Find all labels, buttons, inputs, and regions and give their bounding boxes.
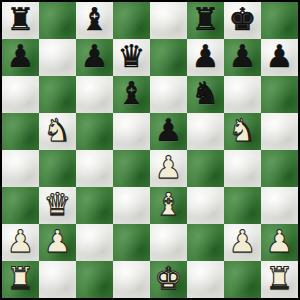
square-a8[interactable]: ♜ xyxy=(2,2,39,39)
square-a6[interactable] xyxy=(2,76,39,113)
square-b6[interactable] xyxy=(39,76,76,113)
piece-black-king[interactable]: ♚ xyxy=(229,4,257,35)
square-g4[interactable] xyxy=(224,150,261,187)
square-c8[interactable]: ♝ xyxy=(76,2,113,39)
square-h6[interactable] xyxy=(261,76,298,113)
chess-board: ♜♝♜♚♟♟♛♟♟♟♝♞♞♟♞♟♛♝♟♟♟♟♜♚♜ xyxy=(2,2,298,298)
piece-white-pawn[interactable]: ♟ xyxy=(155,152,183,183)
square-f6[interactable]: ♞ xyxy=(187,76,224,113)
square-e1[interactable]: ♚ xyxy=(150,261,187,298)
square-d3[interactable] xyxy=(113,187,150,224)
square-a2[interactable]: ♟ xyxy=(2,224,39,261)
piece-white-bishop[interactable]: ♝ xyxy=(155,189,183,220)
piece-black-knight[interactable]: ♞ xyxy=(192,78,220,109)
square-h7[interactable]: ♟ xyxy=(261,39,298,76)
square-b4[interactable] xyxy=(39,150,76,187)
square-c2[interactable] xyxy=(76,224,113,261)
square-d8[interactable] xyxy=(113,2,150,39)
square-b2[interactable]: ♟ xyxy=(39,224,76,261)
square-g5[interactable]: ♞ xyxy=(224,113,261,150)
square-a1[interactable]: ♜ xyxy=(2,261,39,298)
piece-white-rook[interactable]: ♜ xyxy=(266,263,294,294)
square-h2[interactable]: ♟ xyxy=(261,224,298,261)
square-e6[interactable] xyxy=(150,76,187,113)
square-e5[interactable]: ♟ xyxy=(150,113,187,150)
square-a4[interactable] xyxy=(2,150,39,187)
piece-black-rook[interactable]: ♜ xyxy=(192,4,220,35)
piece-black-queen[interactable]: ♛ xyxy=(118,41,146,72)
square-c1[interactable] xyxy=(76,261,113,298)
square-b7[interactable] xyxy=(39,39,76,76)
chess-board-frame: ♜♝♜♚♟♟♛♟♟♟♝♞♞♟♞♟♛♝♟♟♟♟♜♚♜ xyxy=(0,0,300,300)
square-d4[interactable] xyxy=(113,150,150,187)
square-f3[interactable] xyxy=(187,187,224,224)
square-h1[interactable]: ♜ xyxy=(261,261,298,298)
square-h3[interactable] xyxy=(261,187,298,224)
piece-white-knight[interactable]: ♞ xyxy=(44,115,72,146)
square-c6[interactable] xyxy=(76,76,113,113)
piece-white-knight[interactable]: ♞ xyxy=(229,115,257,146)
square-f4[interactable] xyxy=(187,150,224,187)
square-b5[interactable]: ♞ xyxy=(39,113,76,150)
square-f5[interactable] xyxy=(187,113,224,150)
square-a3[interactable] xyxy=(2,187,39,224)
square-d7[interactable]: ♛ xyxy=(113,39,150,76)
square-c5[interactable] xyxy=(76,113,113,150)
square-g8[interactable]: ♚ xyxy=(224,2,261,39)
square-d1[interactable] xyxy=(113,261,150,298)
square-b8[interactable] xyxy=(39,2,76,39)
square-h8[interactable] xyxy=(261,2,298,39)
piece-black-pawn[interactable]: ♟ xyxy=(81,41,109,72)
piece-black-pawn[interactable]: ♟ xyxy=(192,41,220,72)
square-d6[interactable]: ♝ xyxy=(113,76,150,113)
piece-black-pawn[interactable]: ♟ xyxy=(155,115,183,146)
square-h4[interactable] xyxy=(261,150,298,187)
square-c7[interactable]: ♟ xyxy=(76,39,113,76)
square-a5[interactable] xyxy=(2,113,39,150)
square-f8[interactable]: ♜ xyxy=(187,2,224,39)
square-h5[interactable] xyxy=(261,113,298,150)
piece-white-pawn[interactable]: ♟ xyxy=(229,226,257,257)
square-c4[interactable] xyxy=(76,150,113,187)
square-e3[interactable]: ♝ xyxy=(150,187,187,224)
piece-black-pawn[interactable]: ♟ xyxy=(266,41,294,72)
square-d2[interactable] xyxy=(113,224,150,261)
piece-white-pawn[interactable]: ♟ xyxy=(7,226,35,257)
piece-black-bishop[interactable]: ♝ xyxy=(118,78,146,109)
square-b1[interactable] xyxy=(39,261,76,298)
piece-black-pawn[interactable]: ♟ xyxy=(7,41,35,72)
square-f2[interactable] xyxy=(187,224,224,261)
square-g1[interactable] xyxy=(224,261,261,298)
square-e4[interactable]: ♟ xyxy=(150,150,187,187)
square-e8[interactable] xyxy=(150,2,187,39)
square-d5[interactable] xyxy=(113,113,150,150)
piece-black-bishop[interactable]: ♝ xyxy=(81,4,109,35)
piece-black-rook[interactable]: ♜ xyxy=(7,4,35,35)
square-g2[interactable]: ♟ xyxy=(224,224,261,261)
square-e2[interactable] xyxy=(150,224,187,261)
square-f7[interactable]: ♟ xyxy=(187,39,224,76)
square-a7[interactable]: ♟ xyxy=(2,39,39,76)
piece-white-rook[interactable]: ♜ xyxy=(7,263,35,294)
square-g7[interactable]: ♟ xyxy=(224,39,261,76)
piece-black-pawn[interactable]: ♟ xyxy=(229,41,257,72)
square-e7[interactable] xyxy=(150,39,187,76)
square-g3[interactable] xyxy=(224,187,261,224)
square-g6[interactable] xyxy=(224,76,261,113)
piece-white-pawn[interactable]: ♟ xyxy=(266,226,294,257)
square-c3[interactable] xyxy=(76,187,113,224)
piece-white-pawn[interactable]: ♟ xyxy=(44,226,72,257)
square-f1[interactable] xyxy=(187,261,224,298)
square-b3[interactable]: ♛ xyxy=(39,187,76,224)
piece-white-king[interactable]: ♚ xyxy=(155,263,183,294)
piece-white-queen[interactable]: ♛ xyxy=(44,189,72,220)
